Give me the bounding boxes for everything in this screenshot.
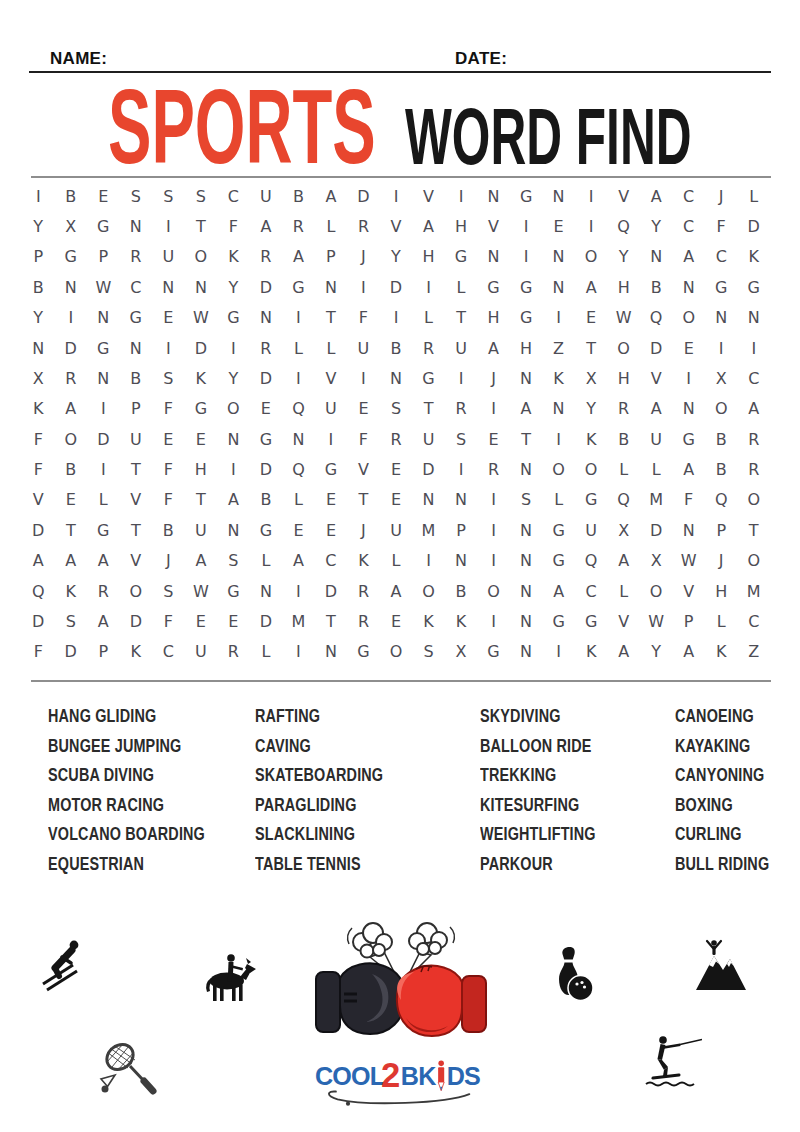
- grid-cell[interactable]: C: [705, 242, 738, 272]
- grid-cell[interactable]: Q: [640, 303, 673, 333]
- grid-cell[interactable]: G: [477, 272, 510, 302]
- grid-cell[interactable]: I: [282, 363, 315, 393]
- grid-cell[interactable]: O: [477, 576, 510, 606]
- grid-cell[interactable]: O: [542, 454, 575, 484]
- grid-cell[interactable]: F: [22, 424, 55, 454]
- grid-cell[interactable]: A: [672, 242, 705, 272]
- grid-cell[interactable]: I: [315, 424, 348, 454]
- grid-cell[interactable]: A: [87, 606, 120, 636]
- grid-cell[interactable]: N: [510, 576, 543, 606]
- grid-cell[interactable]: I: [412, 546, 445, 576]
- grid-cell[interactable]: A: [412, 211, 445, 241]
- grid-cell[interactable]: V: [315, 363, 348, 393]
- grid-cell[interactable]: J: [477, 363, 510, 393]
- grid-cell[interactable]: X: [705, 363, 738, 393]
- grid-cell[interactable]: K: [575, 424, 608, 454]
- grid-cell[interactable]: I: [575, 181, 608, 211]
- grid-cell[interactable]: Q: [282, 394, 315, 424]
- grid-cell[interactable]: G: [705, 272, 738, 302]
- grid-cell[interactable]: D: [22, 606, 55, 636]
- grid-cell[interactable]: C: [315, 546, 348, 576]
- grid-cell[interactable]: P: [672, 606, 705, 636]
- grid-cell[interactable]: N: [315, 637, 348, 667]
- grid-cell[interactable]: L: [705, 606, 738, 636]
- grid-cell[interactable]: K: [705, 637, 738, 667]
- grid-cell[interactable]: E: [152, 303, 185, 333]
- grid-cell[interactable]: O: [185, 242, 218, 272]
- grid-cell[interactable]: B: [250, 485, 283, 515]
- grid-cell[interactable]: C: [737, 363, 770, 393]
- grid-cell[interactable]: D: [380, 272, 413, 302]
- grid-cell[interactable]: O: [380, 637, 413, 667]
- grid-cell[interactable]: G: [445, 242, 478, 272]
- grid-cell[interactable]: A: [217, 485, 250, 515]
- grid-cell[interactable]: N: [737, 303, 770, 333]
- grid-cell[interactable]: R: [737, 424, 770, 454]
- grid-cell[interactable]: V: [380, 211, 413, 241]
- grid-cell[interactable]: R: [347, 606, 380, 636]
- grid-cell[interactable]: A: [380, 576, 413, 606]
- grid-cell[interactable]: O: [412, 576, 445, 606]
- grid-cell[interactable]: G: [412, 363, 445, 393]
- grid-cell[interactable]: I: [510, 242, 543, 272]
- grid-cell[interactable]: D: [250, 363, 283, 393]
- grid-cell[interactable]: P: [87, 242, 120, 272]
- grid-cell[interactable]: G: [315, 454, 348, 484]
- grid-cell[interactable]: E: [315, 515, 348, 545]
- grid-cell[interactable]: N: [640, 242, 673, 272]
- grid-cell[interactable]: A: [672, 637, 705, 667]
- grid-cell[interactable]: X: [445, 637, 478, 667]
- grid-cell[interactable]: A: [542, 576, 575, 606]
- grid-cell[interactable]: F: [347, 303, 380, 333]
- grid-cell[interactable]: J: [347, 242, 380, 272]
- grid-cell[interactable]: S: [445, 424, 478, 454]
- grid-cell[interactable]: L: [315, 333, 348, 363]
- grid-cell[interactable]: P: [87, 637, 120, 667]
- grid-cell[interactable]: X: [640, 546, 673, 576]
- grid-cell[interactable]: F: [152, 606, 185, 636]
- grid-cell[interactable]: I: [282, 637, 315, 667]
- grid-cell[interactable]: N: [445, 546, 478, 576]
- grid-cell[interactable]: R: [250, 333, 283, 363]
- grid-cell[interactable]: B: [705, 454, 738, 484]
- grid-cell[interactable]: H: [445, 211, 478, 241]
- grid-cell[interactable]: V: [120, 546, 153, 576]
- grid-cell[interactable]: I: [542, 424, 575, 454]
- grid-cell[interactable]: D: [87, 424, 120, 454]
- grid-cell[interactable]: I: [477, 606, 510, 636]
- grid-cell[interactable]: K: [542, 363, 575, 393]
- grid-cell[interactable]: S: [55, 606, 88, 636]
- grid-cell[interactable]: K: [217, 242, 250, 272]
- grid-cell[interactable]: R: [217, 637, 250, 667]
- grid-cell[interactable]: O: [607, 333, 640, 363]
- grid-cell[interactable]: N: [120, 333, 153, 363]
- grid-cell[interactable]: N: [510, 637, 543, 667]
- grid-cell[interactable]: E: [380, 485, 413, 515]
- grid-cell[interactable]: G: [87, 333, 120, 363]
- grid-cell[interactable]: T: [120, 454, 153, 484]
- grid-cell[interactable]: R: [412, 333, 445, 363]
- grid-cell[interactable]: B: [282, 181, 315, 211]
- grid-cell[interactable]: G: [510, 181, 543, 211]
- grid-cell[interactable]: H: [412, 242, 445, 272]
- grid-cell[interactable]: R: [250, 242, 283, 272]
- grid-cell[interactable]: F: [22, 637, 55, 667]
- grid-cell[interactable]: X: [55, 211, 88, 241]
- grid-cell[interactable]: D: [22, 515, 55, 545]
- grid-cell[interactable]: B: [380, 333, 413, 363]
- grid-cell[interactable]: R: [380, 424, 413, 454]
- grid-cell[interactable]: J: [705, 181, 738, 211]
- grid-cell[interactable]: N: [380, 363, 413, 393]
- grid-cell[interactable]: V: [120, 485, 153, 515]
- grid-cell[interactable]: U: [380, 515, 413, 545]
- grid-cell[interactable]: B: [152, 515, 185, 545]
- grid-cell[interactable]: R: [607, 394, 640, 424]
- grid-cell[interactable]: A: [510, 394, 543, 424]
- grid-cell[interactable]: S: [217, 546, 250, 576]
- grid-cell[interactable]: R: [87, 576, 120, 606]
- grid-cell[interactable]: N: [250, 303, 283, 333]
- grid-cell[interactable]: U: [185, 637, 218, 667]
- grid-cell[interactable]: G: [217, 303, 250, 333]
- grid-cell[interactable]: K: [22, 394, 55, 424]
- grid-cell[interactable]: S: [152, 363, 185, 393]
- grid-cell[interactable]: I: [575, 211, 608, 241]
- grid-cell[interactable]: N: [152, 272, 185, 302]
- grid-cell[interactable]: O: [55, 424, 88, 454]
- grid-cell[interactable]: K: [737, 242, 770, 272]
- grid-cell[interactable]: R: [347, 211, 380, 241]
- grid-cell[interactable]: N: [542, 394, 575, 424]
- grid-cell[interactable]: B: [445, 576, 478, 606]
- grid-cell[interactable]: F: [152, 394, 185, 424]
- grid-cell[interactable]: D: [250, 454, 283, 484]
- grid-cell[interactable]: U: [445, 333, 478, 363]
- grid-cell[interactable]: C: [672, 181, 705, 211]
- grid-cell[interactable]: E: [315, 485, 348, 515]
- grid-cell[interactable]: V: [672, 576, 705, 606]
- grid-cell[interactable]: G: [250, 424, 283, 454]
- grid-cell[interactable]: C: [575, 576, 608, 606]
- grid-cell[interactable]: T: [55, 515, 88, 545]
- grid-cell[interactable]: R: [120, 242, 153, 272]
- grid-cell[interactable]: Q: [705, 485, 738, 515]
- grid-cell[interactable]: T: [575, 333, 608, 363]
- grid-cell[interactable]: T: [445, 303, 478, 333]
- grid-cell[interactable]: Y: [575, 394, 608, 424]
- grid-cell[interactable]: D: [120, 606, 153, 636]
- grid-cell[interactable]: V: [412, 181, 445, 211]
- grid-cell[interactable]: W: [640, 606, 673, 636]
- grid-cell[interactable]: I: [445, 454, 478, 484]
- grid-cell[interactable]: W: [672, 546, 705, 576]
- grid-cell[interactable]: G: [542, 546, 575, 576]
- grid-cell[interactable]: B: [705, 424, 738, 454]
- grid-cell[interactable]: A: [737, 394, 770, 424]
- grid-cell[interactable]: N: [22, 333, 55, 363]
- grid-cell[interactable]: E: [477, 424, 510, 454]
- grid-cell[interactable]: Y: [640, 211, 673, 241]
- grid-cell[interactable]: I: [737, 333, 770, 363]
- grid-cell[interactable]: C: [672, 211, 705, 241]
- grid-cell[interactable]: U: [120, 424, 153, 454]
- grid-cell[interactable]: N: [477, 242, 510, 272]
- grid-cell[interactable]: I: [152, 211, 185, 241]
- grid-cell[interactable]: G: [510, 303, 543, 333]
- grid-cell[interactable]: E: [87, 181, 120, 211]
- grid-cell[interactable]: C: [152, 637, 185, 667]
- grid-cell[interactable]: S: [510, 485, 543, 515]
- grid-cell[interactable]: I: [542, 303, 575, 333]
- grid-cell[interactable]: N: [672, 394, 705, 424]
- grid-cell[interactable]: U: [575, 515, 608, 545]
- grid-cell[interactable]: A: [55, 546, 88, 576]
- grid-cell[interactable]: N: [315, 272, 348, 302]
- grid-cell[interactable]: F: [705, 211, 738, 241]
- grid-cell[interactable]: D: [640, 333, 673, 363]
- grid-cell[interactable]: F: [347, 424, 380, 454]
- grid-cell[interactable]: O: [640, 576, 673, 606]
- grid-cell[interactable]: N: [477, 181, 510, 211]
- grid-cell[interactable]: S: [152, 576, 185, 606]
- grid-cell[interactable]: A: [672, 454, 705, 484]
- grid-cell[interactable]: V: [607, 181, 640, 211]
- grid-cell[interactable]: G: [575, 606, 608, 636]
- grid-cell[interactable]: N: [705, 303, 738, 333]
- grid-cell[interactable]: H: [477, 303, 510, 333]
- grid-cell[interactable]: N: [282, 424, 315, 454]
- grid-cell[interactable]: T: [185, 211, 218, 241]
- grid-cell[interactable]: Y: [607, 242, 640, 272]
- grid-cell[interactable]: Z: [737, 637, 770, 667]
- grid-cell[interactable]: G: [542, 606, 575, 636]
- grid-cell[interactable]: A: [640, 394, 673, 424]
- grid-cell[interactable]: W: [185, 576, 218, 606]
- grid-cell[interactable]: J: [152, 546, 185, 576]
- grid-cell[interactable]: I: [87, 394, 120, 424]
- grid-cell[interactable]: T: [737, 515, 770, 545]
- grid-cell[interactable]: A: [315, 181, 348, 211]
- grid-cell[interactable]: F: [22, 454, 55, 484]
- grid-cell[interactable]: G: [672, 424, 705, 454]
- grid-cell[interactable]: T: [315, 606, 348, 636]
- grid-cell[interactable]: T: [315, 303, 348, 333]
- grid-cell[interactable]: N: [87, 363, 120, 393]
- grid-cell[interactable]: I: [22, 181, 55, 211]
- grid-cell[interactable]: C: [120, 272, 153, 302]
- grid-cell[interactable]: I: [217, 333, 250, 363]
- grid-cell[interactable]: B: [120, 363, 153, 393]
- grid-cell[interactable]: N: [250, 576, 283, 606]
- grid-cell[interactable]: I: [477, 546, 510, 576]
- grid-cell[interactable]: X: [607, 515, 640, 545]
- grid-cell[interactable]: H: [185, 454, 218, 484]
- grid-cell[interactable]: G: [282, 272, 315, 302]
- grid-cell[interactable]: L: [607, 576, 640, 606]
- grid-cell[interactable]: G: [217, 576, 250, 606]
- grid-cell[interactable]: I: [412, 272, 445, 302]
- grid-cell[interactable]: K: [412, 606, 445, 636]
- grid-cell[interactable]: N: [510, 606, 543, 636]
- grid-cell[interactable]: A: [282, 546, 315, 576]
- grid-cell[interactable]: D: [640, 515, 673, 545]
- grid-cell[interactable]: K: [120, 637, 153, 667]
- grid-cell[interactable]: W: [607, 303, 640, 333]
- grid-cell[interactable]: G: [87, 515, 120, 545]
- grid-cell[interactable]: E: [55, 485, 88, 515]
- grid-cell[interactable]: F: [672, 485, 705, 515]
- grid-cell[interactable]: N: [510, 363, 543, 393]
- grid-cell[interactable]: D: [185, 333, 218, 363]
- grid-cell[interactable]: N: [217, 515, 250, 545]
- grid-cell[interactable]: Y: [640, 637, 673, 667]
- grid-cell[interactable]: A: [640, 181, 673, 211]
- grid-cell[interactable]: N: [510, 515, 543, 545]
- grid-cell[interactable]: B: [22, 272, 55, 302]
- grid-cell[interactable]: A: [607, 546, 640, 576]
- grid-cell[interactable]: G: [55, 242, 88, 272]
- grid-cell[interactable]: I: [705, 333, 738, 363]
- grid-cell[interactable]: U: [412, 424, 445, 454]
- grid-cell[interactable]: T: [120, 515, 153, 545]
- grid-cell[interactable]: I: [445, 363, 478, 393]
- grid-cell[interactable]: O: [575, 454, 608, 484]
- grid-cell[interactable]: Q: [607, 211, 640, 241]
- grid-cell[interactable]: S: [120, 181, 153, 211]
- grid-cell[interactable]: D: [347, 181, 380, 211]
- grid-cell[interactable]: E: [217, 606, 250, 636]
- grid-cell[interactable]: L: [250, 637, 283, 667]
- grid-cell[interactable]: Y: [22, 211, 55, 241]
- grid-cell[interactable]: S: [152, 181, 185, 211]
- grid-cell[interactable]: K: [347, 546, 380, 576]
- grid-cell[interactable]: E: [282, 515, 315, 545]
- grid-cell[interactable]: E: [380, 606, 413, 636]
- grid-cell[interactable]: T: [510, 424, 543, 454]
- grid-cell[interactable]: F: [217, 211, 250, 241]
- grid-cell[interactable]: J: [347, 515, 380, 545]
- grid-cell[interactable]: F: [152, 485, 185, 515]
- grid-cell[interactable]: H: [607, 272, 640, 302]
- grid-cell[interactable]: A: [87, 546, 120, 576]
- grid-cell[interactable]: N: [542, 272, 575, 302]
- grid-cell[interactable]: I: [282, 303, 315, 333]
- grid-cell[interactable]: U: [250, 181, 283, 211]
- grid-cell[interactable]: N: [672, 515, 705, 545]
- grid-cell[interactable]: I: [217, 454, 250, 484]
- grid-cell[interactable]: N: [510, 546, 543, 576]
- grid-cell[interactable]: V: [640, 363, 673, 393]
- grid-cell[interactable]: K: [185, 363, 218, 393]
- grid-cell[interactable]: G: [347, 637, 380, 667]
- grid-cell[interactable]: W: [87, 272, 120, 302]
- grid-cell[interactable]: O: [575, 242, 608, 272]
- grid-cell[interactable]: R: [737, 454, 770, 484]
- grid-cell[interactable]: Q: [282, 454, 315, 484]
- grid-cell[interactable]: E: [347, 394, 380, 424]
- grid-cell[interactable]: A: [575, 272, 608, 302]
- grid-cell[interactable]: O: [672, 303, 705, 333]
- grid-cell[interactable]: I: [477, 485, 510, 515]
- grid-cell[interactable]: G: [120, 303, 153, 333]
- grid-cell[interactable]: B: [607, 424, 640, 454]
- grid-cell[interactable]: S: [412, 637, 445, 667]
- grid-cell[interactable]: U: [347, 333, 380, 363]
- grid-cell[interactable]: I: [380, 303, 413, 333]
- grid-cell[interactable]: P: [22, 242, 55, 272]
- grid-cell[interactable]: E: [542, 211, 575, 241]
- grid-cell[interactable]: I: [477, 515, 510, 545]
- grid-cell[interactable]: M: [282, 606, 315, 636]
- grid-cell[interactable]: M: [640, 485, 673, 515]
- grid-cell[interactable]: A: [185, 546, 218, 576]
- grid-cell[interactable]: R: [282, 211, 315, 241]
- grid-cell[interactable]: E: [185, 606, 218, 636]
- grid-cell[interactable]: I: [672, 363, 705, 393]
- grid-cell[interactable]: N: [87, 303, 120, 333]
- grid-cell[interactable]: G: [477, 637, 510, 667]
- grid-cell[interactable]: D: [250, 606, 283, 636]
- grid-cell[interactable]: H: [705, 576, 738, 606]
- grid-cell[interactable]: L: [282, 485, 315, 515]
- grid-cell[interactable]: L: [380, 546, 413, 576]
- grid-cell[interactable]: I: [510, 211, 543, 241]
- grid-cell[interactable]: N: [185, 272, 218, 302]
- grid-cell[interactable]: N: [412, 485, 445, 515]
- grid-cell[interactable]: N: [672, 272, 705, 302]
- grid-cell[interactable]: M: [737, 576, 770, 606]
- grid-cell[interactable]: B: [640, 272, 673, 302]
- grid-cell[interactable]: G: [575, 485, 608, 515]
- grid-cell[interactable]: D: [412, 454, 445, 484]
- grid-cell[interactable]: L: [412, 303, 445, 333]
- grid-cell[interactable]: N: [217, 424, 250, 454]
- grid-cell[interactable]: G: [250, 515, 283, 545]
- grid-cell[interactable]: G: [87, 211, 120, 241]
- grid-cell[interactable]: K: [445, 606, 478, 636]
- grid-cell[interactable]: U: [640, 424, 673, 454]
- grid-cell[interactable]: E: [185, 424, 218, 454]
- grid-cell[interactable]: C: [217, 181, 250, 211]
- grid-cell[interactable]: Z: [542, 333, 575, 363]
- grid-cell[interactable]: O: [737, 485, 770, 515]
- grid-cell[interactable]: H: [607, 363, 640, 393]
- grid-cell[interactable]: U: [185, 515, 218, 545]
- grid-cell[interactable]: G: [510, 272, 543, 302]
- grid-cell[interactable]: I: [347, 272, 380, 302]
- grid-cell[interactable]: A: [607, 637, 640, 667]
- grid-cell[interactable]: I: [87, 454, 120, 484]
- grid-cell[interactable]: L: [315, 211, 348, 241]
- grid-cell[interactable]: A: [22, 546, 55, 576]
- grid-cell[interactable]: K: [55, 576, 88, 606]
- grid-cell[interactable]: T: [347, 485, 380, 515]
- grid-cell[interactable]: I: [282, 576, 315, 606]
- grid-cell[interactable]: U: [152, 242, 185, 272]
- grid-cell[interactable]: R: [347, 576, 380, 606]
- grid-cell[interactable]: E: [672, 333, 705, 363]
- grid-cell[interactable]: P: [120, 394, 153, 424]
- grid-cell[interactable]: Y: [380, 242, 413, 272]
- grid-cell[interactable]: E: [575, 303, 608, 333]
- grid-cell[interactable]: D: [55, 637, 88, 667]
- grid-cell[interactable]: N: [542, 242, 575, 272]
- grid-cell[interactable]: A: [477, 333, 510, 363]
- grid-cell[interactable]: K: [575, 637, 608, 667]
